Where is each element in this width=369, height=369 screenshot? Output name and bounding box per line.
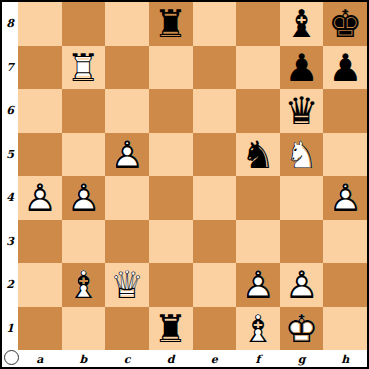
square-d4[interactable] (149, 176, 193, 220)
square-c5[interactable]: ♟♙ (105, 133, 149, 177)
square-g8[interactable]: ♝ (280, 2, 324, 46)
square-f4[interactable] (236, 176, 280, 220)
board: 87654321♜♝♚♜♖♟♟♛♟♙♞♞♘♟♙♟♙♟♙♝♗♛♕♟♙♟♙♜♝♗♚♔… (2, 2, 367, 367)
square-e3[interactable] (193, 220, 237, 264)
rank-label-4: 4 (2, 176, 18, 220)
square-d8[interactable]: ♜ (149, 2, 193, 46)
square-h3[interactable] (323, 220, 367, 264)
square-f1[interactable]: ♝♗ (236, 307, 280, 351)
white-to-move-icon (4, 350, 19, 365)
square-b3[interactable] (62, 220, 106, 264)
square-h1[interactable] (323, 307, 367, 351)
square-b6[interactable] (62, 89, 106, 133)
white-pawn[interactable]: ♟♙ (105, 133, 149, 177)
square-c7[interactable] (105, 46, 149, 90)
rank-label-7: 7 (2, 46, 18, 90)
black-pawn[interactable]: ♟ (323, 46, 367, 90)
square-d3[interactable] (149, 220, 193, 264)
square-a1[interactable] (18, 307, 62, 351)
square-e7[interactable] (193, 46, 237, 90)
square-b4[interactable]: ♟♙ (62, 176, 106, 220)
square-c6[interactable] (105, 89, 149, 133)
white-pawn[interactable]: ♟♙ (323, 176, 367, 220)
white-bishop[interactable]: ♝♗ (236, 307, 280, 351)
file-label-d: d (149, 350, 193, 367)
white-bishop[interactable]: ♝♗ (62, 263, 106, 307)
file-label-a: a (18, 350, 62, 367)
square-e6[interactable] (193, 89, 237, 133)
white-rook[interactable]: ♜♖ (62, 46, 106, 90)
square-f8[interactable] (236, 2, 280, 46)
rank-label-6: 6 (2, 89, 18, 133)
file-label-g: g (280, 350, 324, 367)
black-pawn[interactable]: ♟ (280, 46, 324, 90)
square-h8[interactable]: ♚ (323, 2, 367, 46)
square-a3[interactable] (18, 220, 62, 264)
square-g6[interactable]: ♛ (280, 89, 324, 133)
square-c2[interactable]: ♛♕ (105, 263, 149, 307)
square-c1[interactable] (105, 307, 149, 351)
file-label-f: f (236, 350, 280, 367)
square-b7[interactable]: ♜♖ (62, 46, 106, 90)
black-bishop[interactable]: ♝ (280, 2, 324, 46)
square-h7[interactable]: ♟ (323, 46, 367, 90)
file-label-c: c (105, 350, 149, 367)
square-c3[interactable] (105, 220, 149, 264)
black-king[interactable]: ♚ (323, 2, 367, 46)
square-h4[interactable]: ♟♙ (323, 176, 367, 220)
white-pawn[interactable]: ♟♙ (280, 263, 324, 307)
file-label-b: b (62, 350, 106, 367)
square-b1[interactable] (62, 307, 106, 351)
white-pawn[interactable]: ♟♙ (236, 263, 280, 307)
square-f7[interactable] (236, 46, 280, 90)
square-a8[interactable] (18, 2, 62, 46)
rank-label-8: 8 (2, 2, 18, 46)
square-e1[interactable] (193, 307, 237, 351)
square-f5[interactable]: ♞ (236, 133, 280, 177)
square-h5[interactable] (323, 133, 367, 177)
square-e5[interactable] (193, 133, 237, 177)
square-g5[interactable]: ♞♘ (280, 133, 324, 177)
square-g7[interactable]: ♟ (280, 46, 324, 90)
square-g2[interactable]: ♟♙ (280, 263, 324, 307)
square-g1[interactable]: ♚♔ (280, 307, 324, 351)
rank-label-1: 1 (2, 307, 18, 351)
black-knight[interactable]: ♞ (236, 133, 280, 177)
file-label-h: h (323, 350, 367, 367)
file-label-e: e (193, 350, 237, 367)
white-pawn[interactable]: ♟♙ (18, 176, 62, 220)
square-f2[interactable]: ♟♙ (236, 263, 280, 307)
white-queen[interactable]: ♛♕ (105, 263, 149, 307)
square-h2[interactable] (323, 263, 367, 307)
rank-label-2: 2 (2, 263, 18, 307)
square-a5[interactable] (18, 133, 62, 177)
square-c4[interactable] (105, 176, 149, 220)
white-knight[interactable]: ♞♘ (280, 133, 324, 177)
square-e2[interactable] (193, 263, 237, 307)
black-rook[interactable]: ♜ (149, 307, 193, 351)
square-b2[interactable]: ♝♗ (62, 263, 106, 307)
square-b8[interactable] (62, 2, 106, 46)
rank-label-5: 5 (2, 133, 18, 177)
chess-diagram: 87654321♜♝♚♜♖♟♟♛♟♙♞♞♘♟♙♟♙♟♙♝♗♛♕♟♙♟♙♜♝♗♚♔… (0, 0, 369, 369)
square-a7[interactable] (18, 46, 62, 90)
square-a2[interactable] (18, 263, 62, 307)
square-g4[interactable] (280, 176, 324, 220)
square-f3[interactable] (236, 220, 280, 264)
rank-label-3: 3 (2, 220, 18, 264)
square-b5[interactable] (62, 133, 106, 177)
square-a6[interactable] (18, 89, 62, 133)
square-d7[interactable] (149, 46, 193, 90)
square-h6[interactable] (323, 89, 367, 133)
square-d2[interactable] (149, 263, 193, 307)
square-d6[interactable] (149, 89, 193, 133)
square-e8[interactable] (193, 2, 237, 46)
white-pawn[interactable]: ♟♙ (62, 176, 106, 220)
square-e4[interactable] (193, 176, 237, 220)
white-king[interactable]: ♚♔ (280, 307, 324, 351)
square-d5[interactable] (149, 133, 193, 177)
square-f6[interactable] (236, 89, 280, 133)
square-d1[interactable]: ♜ (149, 307, 193, 351)
black-rook[interactable]: ♜ (149, 2, 193, 46)
square-a4[interactable]: ♟♙ (18, 176, 62, 220)
square-g3[interactable] (280, 220, 324, 264)
black-queen[interactable]: ♛ (280, 89, 324, 133)
square-c8[interactable] (105, 2, 149, 46)
